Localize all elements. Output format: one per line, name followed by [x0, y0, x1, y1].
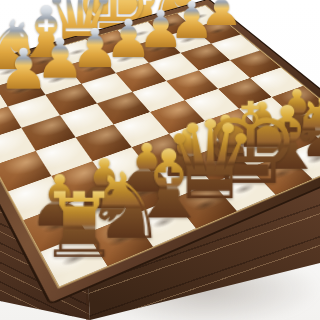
board-frame: ♜♞♝♛♚♝♞♜♟♟♟♟♟♟♟♟♟♟♟♟♟♟♟♟♜♞♝♛♚♝♞♜ — [0, 0, 320, 306]
chess-set-photo: ♜♞♝♛♚♝♞♜♟♟♟♟♟♟♟♟♟♟♟♟♟♟♟♟♜♞♝♛♚♝♞♜ — [0, 0, 320, 320]
board: ♜♞♝♛♚♝♞♜♟♟♟♟♟♟♟♟♟♟♟♟♟♟♟♟♜♞♝♛♚♝♞♜ — [0, 5, 320, 286]
square-a8[interactable]: ♜ — [41, 233, 108, 286]
scene: ♜♞♝♛♚♝♞♜♟♟♟♟♟♟♟♟♟♟♟♟♟♟♟♟♜♞♝♛♚♝♞♜ — [0, 0, 320, 320]
white-pawn-a2[interactable]: ♟ — [0, 54, 11, 107]
black-rook-a8[interactable]: ♜ — [38, 185, 119, 268]
